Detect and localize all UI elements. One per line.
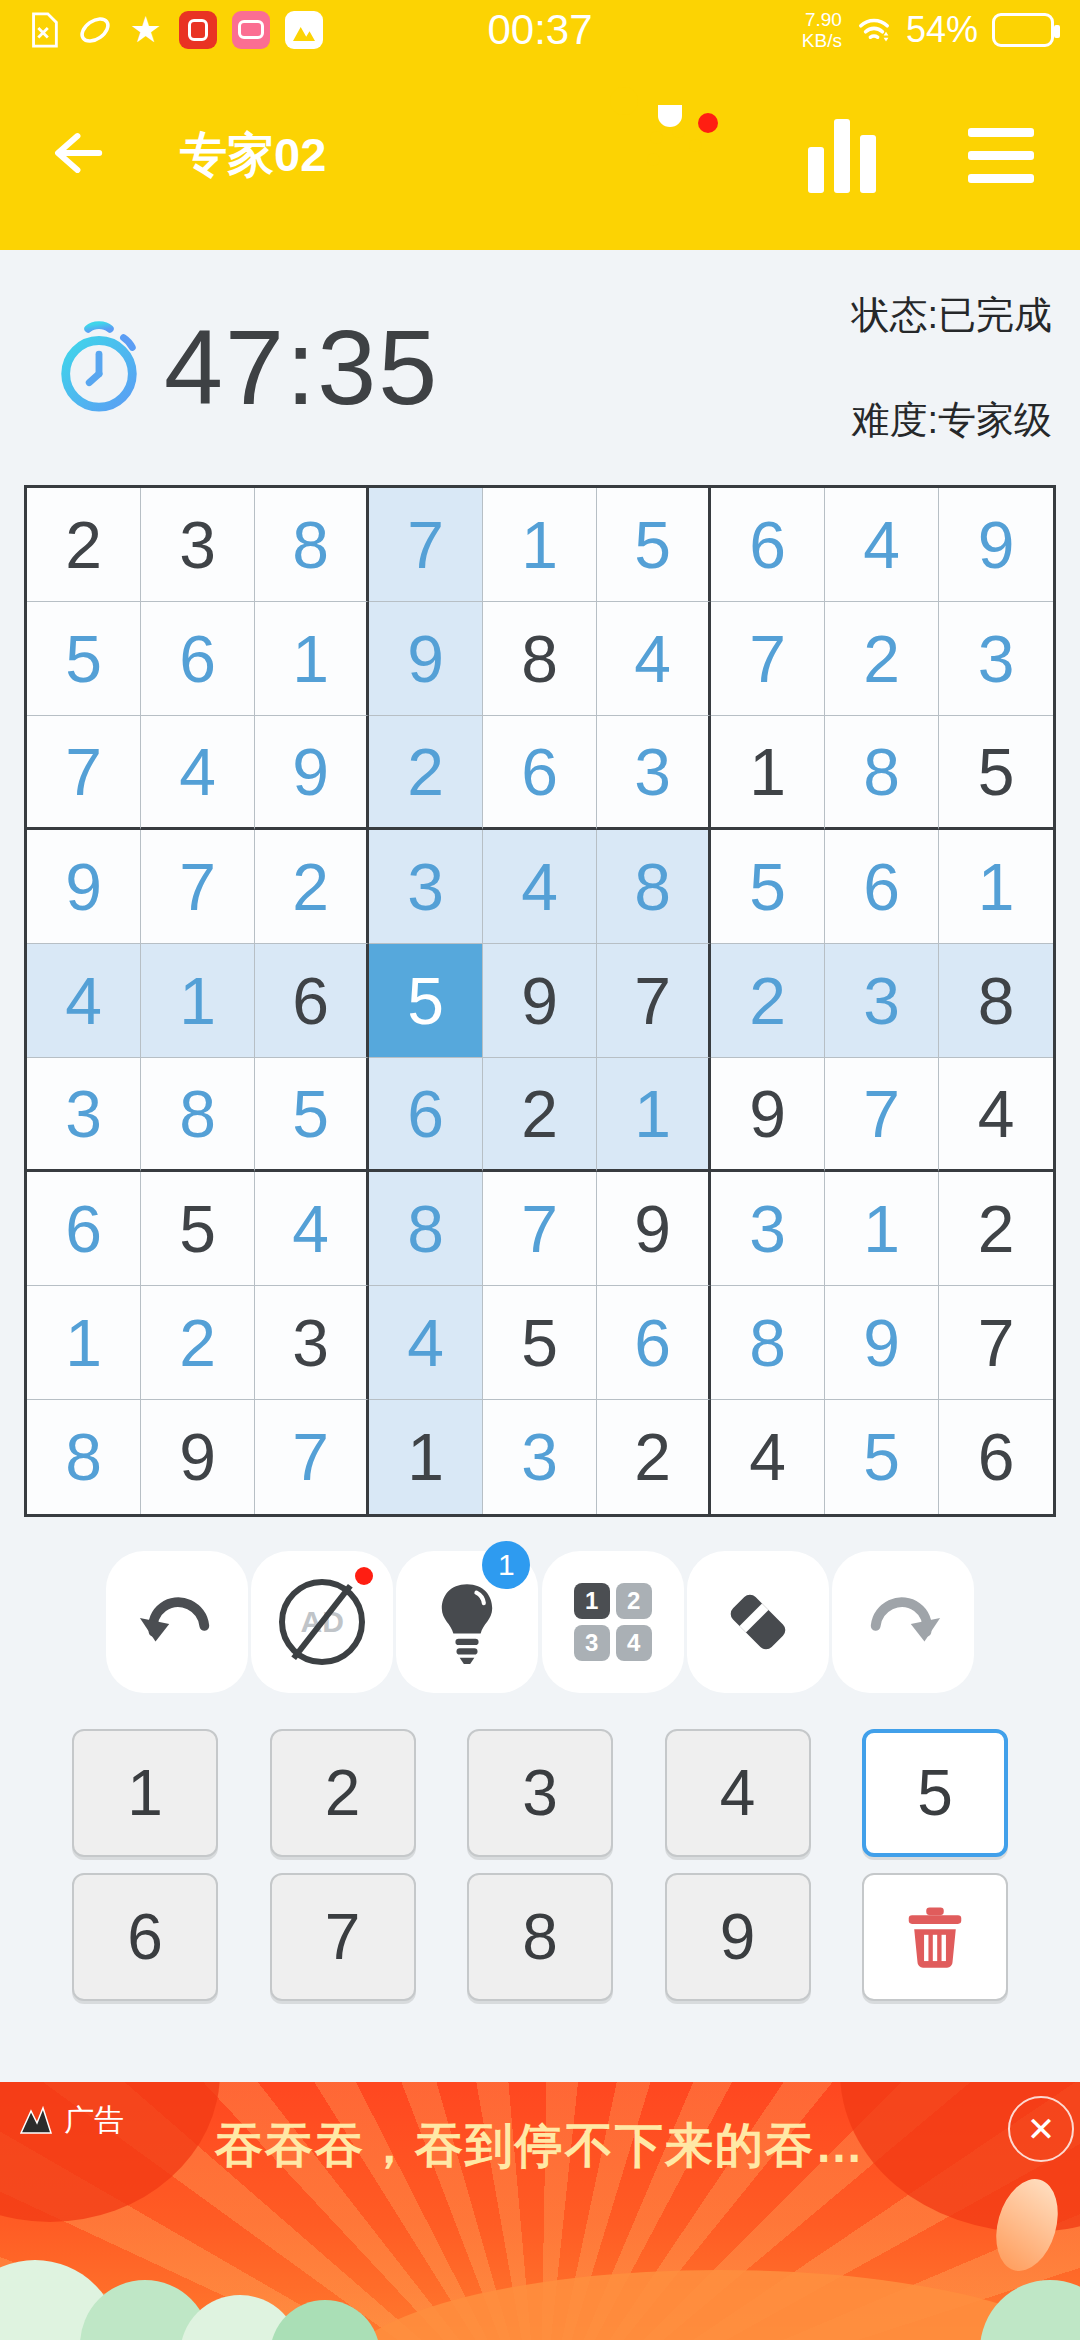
toolbar: AD 1 1234 xyxy=(0,1551,1080,1693)
cell-r3c4[interactable]: 2 xyxy=(369,716,483,830)
cell-r1c7[interactable]: 6 xyxy=(711,488,825,602)
status-left-icons: ★ xyxy=(26,11,323,49)
back-button[interactable] xyxy=(46,124,104,186)
cell-r1c2[interactable]: 3 xyxy=(141,488,255,602)
cell-r9c7[interactable]: 4 xyxy=(711,1400,825,1514)
digit-button-7[interactable]: 7 xyxy=(270,1873,416,2001)
hint-count-badge: 1 xyxy=(482,1541,530,1589)
cell-r6c2[interactable]: 8 xyxy=(141,1058,255,1172)
hint-button[interactable]: 1 xyxy=(396,1551,538,1693)
ad-close-button[interactable]: ✕ xyxy=(1008,2096,1074,2162)
digit-button-2[interactable]: 2 xyxy=(270,1729,416,1857)
cell-r1c9[interactable]: 9 xyxy=(939,488,1053,602)
stats-button[interactable] xyxy=(808,117,876,193)
wifi-icon xyxy=(856,12,892,48)
digit-button-5[interactable]: 5 xyxy=(862,1729,1008,1857)
cell-r6c8[interactable]: 7 xyxy=(825,1058,939,1172)
redo-icon xyxy=(862,1581,944,1663)
sudoku-board: 2387156495619847237492631859723485614165… xyxy=(24,485,1056,1517)
cell-r9c3[interactable]: 7 xyxy=(255,1400,369,1514)
status-right-cluster: 7.90 KB/s 54% xyxy=(802,9,1054,51)
notes-icon: 1234 xyxy=(574,1583,652,1661)
status-text: 状态:已完成 xyxy=(851,290,1052,341)
battery-icon xyxy=(992,13,1054,47)
notification-dot xyxy=(698,113,718,133)
cell-r4c1[interactable]: 9 xyxy=(27,830,141,944)
cell-r1c1[interactable]: 2 xyxy=(27,488,141,602)
cell-r5c9[interactable]: 8 xyxy=(939,944,1053,1058)
redo-button[interactable] xyxy=(832,1551,974,1693)
cell-r9c8[interactable]: 5 xyxy=(825,1400,939,1514)
cell-r8c4[interactable]: 4 xyxy=(369,1286,483,1400)
menu-button[interactable] xyxy=(968,128,1034,183)
cell-r6c1[interactable]: 3 xyxy=(27,1058,141,1172)
cell-r1c4[interactable]: 7 xyxy=(369,488,483,602)
sim-error-icon xyxy=(26,12,62,48)
cell-r5c4[interactable]: 5 xyxy=(369,944,483,1058)
digit-button-3[interactable]: 3 xyxy=(467,1729,613,1857)
cell-r8c2[interactable]: 2 xyxy=(141,1286,255,1400)
cell-r8c8[interactable]: 9 xyxy=(825,1286,939,1400)
app-bar: 专家02 xyxy=(0,60,1080,250)
status-time: 00:37 xyxy=(487,6,592,54)
ad-banner[interactable]: 广告 吞吞吞，吞到停不下来的吞… ✕ xyxy=(0,2082,1080,2340)
bilibili-app-icon xyxy=(232,11,270,49)
net-speed-value: 7.90 xyxy=(802,9,842,30)
notification-dot xyxy=(355,1567,373,1585)
cell-r4c9[interactable]: 1 xyxy=(939,830,1053,944)
cell-r6c9[interactable]: 4 xyxy=(939,1058,1053,1172)
digit-button-1[interactable]: 1 xyxy=(72,1729,218,1857)
cell-r3c5[interactable]: 6 xyxy=(483,716,597,830)
cell-r8c1[interactable]: 1 xyxy=(27,1286,141,1400)
cell-r7c8[interactable]: 1 xyxy=(825,1172,939,1286)
cell-r1c5[interactable]: 1 xyxy=(483,488,597,602)
cell-r4c7[interactable]: 5 xyxy=(711,830,825,944)
cell-r3c9[interactable]: 5 xyxy=(939,716,1053,830)
cell-r8c9[interactable]: 7 xyxy=(939,1286,1053,1400)
cell-r7c4[interactable]: 8 xyxy=(369,1172,483,1286)
cell-r8c5[interactable]: 5 xyxy=(483,1286,597,1400)
digit-button-8[interactable]: 8 xyxy=(467,1873,613,2001)
cell-r7c7[interactable]: 3 xyxy=(711,1172,825,1286)
number-pad: 123456789 xyxy=(0,1729,1080,2001)
cell-r5c6[interactable]: 7 xyxy=(597,944,711,1058)
cell-r3c8[interactable]: 8 xyxy=(825,716,939,830)
cell-r9c9[interactable]: 6 xyxy=(939,1400,1053,1514)
cell-r7c9[interactable]: 2 xyxy=(939,1172,1053,1286)
cell-r9c1[interactable]: 8 xyxy=(27,1400,141,1514)
cell-r1c3[interactable]: 8 xyxy=(255,488,369,602)
cell-r6c4[interactable]: 6 xyxy=(369,1058,483,1172)
cell-r4c6[interactable]: 8 xyxy=(597,830,711,944)
cell-r6c6[interactable]: 1 xyxy=(597,1058,711,1172)
cell-r3c7[interactable]: 1 xyxy=(711,716,825,830)
cell-r7c3[interactable]: 4 xyxy=(255,1172,369,1286)
cell-r5c1[interactable]: 4 xyxy=(27,944,141,1058)
digit-button-9[interactable]: 9 xyxy=(665,1873,811,2001)
trash-icon xyxy=(900,1902,970,1972)
cell-r6c7[interactable]: 9 xyxy=(711,1058,825,1172)
cell-r9c6[interactable]: 2 xyxy=(597,1400,711,1514)
cell-r8c6[interactable]: 6 xyxy=(597,1286,711,1400)
cell-r2c7[interactable]: 7 xyxy=(711,602,825,716)
kuaishou-app-icon xyxy=(179,11,217,49)
cell-r2c9[interactable]: 3 xyxy=(939,602,1053,716)
cell-r6c5[interactable]: 2 xyxy=(483,1058,597,1172)
stopwatch-icon xyxy=(50,317,148,419)
cell-r2c3[interactable]: 1 xyxy=(255,602,369,716)
erase-button[interactable] xyxy=(862,1873,1008,2001)
star-icon: ★ xyxy=(128,12,164,48)
cell-r7c1[interactable]: 6 xyxy=(27,1172,141,1286)
cell-r8c3[interactable]: 3 xyxy=(255,1286,369,1400)
cell-r9c2[interactable]: 9 xyxy=(141,1400,255,1514)
cell-r3c3[interactable]: 9 xyxy=(255,716,369,830)
cell-r2c2[interactable]: 6 xyxy=(141,602,255,716)
undo-button[interactable] xyxy=(106,1551,248,1693)
ad-headline: 吞吞吞，吞到停不下来的吞… xyxy=(0,2114,1080,2178)
cell-r5c5[interactable]: 9 xyxy=(483,944,597,1058)
cell-r7c5[interactable]: 7 xyxy=(483,1172,597,1286)
cell-r4c2[interactable]: 7 xyxy=(141,830,255,944)
cell-r9c5[interactable]: 3 xyxy=(483,1400,597,1514)
cell-r3c6[interactable]: 3 xyxy=(597,716,711,830)
cell-r2c4[interactable]: 9 xyxy=(369,602,483,716)
net-speed: 7.90 KB/s xyxy=(802,9,842,51)
net-speed-unit: KB/s xyxy=(802,30,842,51)
cell-r5c3[interactable]: 6 xyxy=(255,944,369,1058)
digit-button-6[interactable]: 6 xyxy=(72,1873,218,2001)
cell-r5c2[interactable]: 1 xyxy=(141,944,255,1058)
cell-r8c7[interactable]: 8 xyxy=(711,1286,825,1400)
digit-button-4[interactable]: 4 xyxy=(665,1729,811,1857)
cell-r2c8[interactable]: 2 xyxy=(825,602,939,716)
browser-icon xyxy=(77,12,113,48)
notes-button[interactable]: 1234 xyxy=(542,1551,684,1693)
gallery-app-icon xyxy=(285,11,323,49)
status-bar: ★ 00:37 7.90 KB/s 54% xyxy=(0,0,1080,60)
cell-r2c1[interactable]: 5 xyxy=(27,602,141,716)
cell-r3c2[interactable]: 4 xyxy=(141,716,255,830)
cell-r1c6[interactable]: 5 xyxy=(597,488,711,602)
bulb-icon xyxy=(429,1580,505,1664)
cell-r2c5[interactable]: 8 xyxy=(483,602,597,716)
battery-percent: 54% xyxy=(906,9,978,51)
eraser-button[interactable] xyxy=(687,1551,829,1693)
elapsed-time: 47:35 xyxy=(164,307,439,428)
cell-r4c8[interactable]: 6 xyxy=(825,830,939,944)
info-panel: 47:35 状态:已完成 难度:专家级 xyxy=(0,250,1080,485)
cell-r4c3[interactable]: 2 xyxy=(255,830,369,944)
cell-r7c6[interactable]: 9 xyxy=(597,1172,711,1286)
cell-r4c4[interactable]: 3 xyxy=(369,830,483,944)
cell-r7c2[interactable]: 5 xyxy=(141,1172,255,1286)
theme-palette-button[interactable] xyxy=(636,117,716,193)
page-title: 专家02 xyxy=(180,124,326,187)
cell-r9c4[interactable]: 1 xyxy=(369,1400,483,1514)
cell-r5c8[interactable]: 3 xyxy=(825,944,939,1058)
cell-r2c6[interactable]: 4 xyxy=(597,602,711,716)
no-ads-icon: AD xyxy=(279,1579,365,1665)
undo-icon xyxy=(136,1581,218,1663)
no-ads-button[interactable]: AD xyxy=(251,1551,393,1693)
cell-r6c3[interactable]: 5 xyxy=(255,1058,369,1172)
cell-r1c8[interactable]: 4 xyxy=(825,488,939,602)
cell-r3c1[interactable]: 7 xyxy=(27,716,141,830)
cell-r5c7[interactable]: 2 xyxy=(711,944,825,1058)
eraser-icon xyxy=(717,1581,799,1663)
cell-r4c5[interactable]: 4 xyxy=(483,830,597,944)
difficulty-text: 难度:专家级 xyxy=(851,395,1052,446)
